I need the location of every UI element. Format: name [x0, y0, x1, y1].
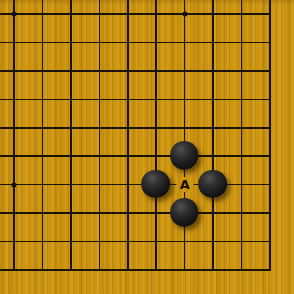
grid-line-horizontal	[0, 99, 271, 101]
grid-line-vertical	[99, 0, 101, 271]
board-edge-shade-bottom	[0, 0, 294, 5]
grid-line-vertical	[184, 0, 186, 271]
star-point	[12, 182, 17, 187]
star-point	[12, 12, 17, 17]
grid-line-horizontal	[0, 127, 271, 129]
grid-line-horizontal	[0, 155, 271, 157]
grid-line-vertical	[127, 0, 129, 271]
black-stone	[198, 170, 227, 199]
black-stone	[170, 198, 199, 227]
black-stone	[170, 141, 199, 170]
board-edge-line-vertical	[269, 0, 271, 271]
grid-line-horizontal	[0, 70, 271, 72]
grid-line-vertical	[70, 0, 72, 271]
grid-line-horizontal	[0, 212, 271, 214]
go-board[interactable]: A	[0, 0, 294, 294]
grid-line-vertical	[155, 0, 157, 271]
grid-line-horizontal	[0, 184, 271, 186]
point-label-a[interactable]: A	[176, 177, 193, 192]
grid-line-horizontal	[0, 241, 271, 243]
grid-line-vertical	[241, 0, 243, 271]
board-edge-shade-right	[0, 0, 5, 294]
grid-line-vertical	[212, 0, 214, 271]
black-stone	[141, 170, 170, 199]
board-edge-line-horizontal	[0, 269, 271, 271]
grid-line-horizontal	[0, 42, 271, 44]
star-point	[182, 12, 187, 17]
